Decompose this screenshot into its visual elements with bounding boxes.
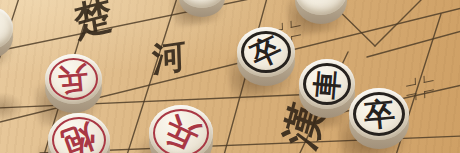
piece-glyph: 兵 (159, 111, 203, 153)
edge-piece-left-piece[interactable] (0, 7, 13, 58)
piece-ring: 兵 (49, 58, 98, 100)
edge-shadow (0, 92, 24, 122)
piece-ring: 炮 (52, 117, 106, 153)
piece-glyph: 卒 (362, 97, 396, 131)
xiangqi-board-photo[interactable]: 楚河漢 兵炮兵卒車卒 (0, 0, 460, 153)
piece-ring: 卒 (241, 31, 291, 73)
river-character-he: 河 (152, 38, 187, 77)
piece-ring: 卒 (353, 92, 405, 136)
piece-ring: 兵 (153, 109, 209, 153)
piece-glyph: 車 (311, 68, 342, 99)
edge-piece-top-2-piece[interactable] (295, 0, 347, 24)
piece-glyph: 卒 (246, 32, 286, 72)
black-soldier-1-piece[interactable]: 卒 (237, 27, 295, 86)
black-soldier-2-piece[interactable]: 卒 (349, 88, 409, 149)
piece-ring: 車 (303, 63, 351, 105)
river-character-chu: 楚 (72, 0, 115, 42)
piece-glyph: 兵 (57, 63, 90, 96)
red-cannon-1-piece[interactable]: 炮 (48, 113, 110, 153)
edge-piece-top-1-piece[interactable] (179, 0, 225, 17)
piece-glyph: 炮 (58, 119, 99, 153)
red-soldier-2-piece[interactable]: 兵 (149, 105, 213, 153)
black-chariot-1-piece[interactable]: 車 (299, 59, 355, 118)
red-soldier-1-piece[interactable]: 兵 (45, 54, 102, 113)
